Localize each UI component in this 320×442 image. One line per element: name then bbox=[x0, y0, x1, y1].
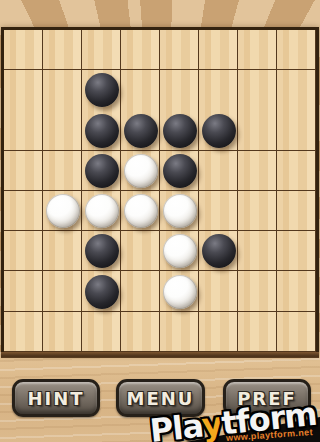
board-cell[interactable] bbox=[82, 191, 121, 231]
board-cell[interactable] bbox=[43, 30, 82, 70]
hint-button[interactable]: HINT bbox=[12, 379, 100, 417]
board-cell[interactable] bbox=[238, 272, 277, 312]
board-cell[interactable] bbox=[277, 30, 316, 70]
board-cell[interactable] bbox=[160, 191, 199, 231]
white-stone bbox=[124, 194, 158, 228]
board-cell[interactable] bbox=[82, 312, 121, 352]
board-cell[interactable] bbox=[277, 191, 316, 231]
board-cell[interactable] bbox=[199, 231, 238, 271]
black-stone bbox=[85, 114, 119, 148]
board-cell[interactable] bbox=[238, 231, 277, 271]
black-stone bbox=[124, 114, 158, 148]
board-cell[interactable] bbox=[238, 151, 277, 191]
white-stone bbox=[46, 194, 80, 228]
board-cell[interactable] bbox=[160, 30, 199, 70]
board-cell[interactable] bbox=[199, 272, 238, 312]
board-cell[interactable] bbox=[82, 30, 121, 70]
board-edge bbox=[1, 352, 319, 358]
board-cell[interactable] bbox=[277, 272, 316, 312]
board-grid bbox=[1, 27, 319, 355]
board-cell[interactable] bbox=[4, 151, 43, 191]
board-cell[interactable] bbox=[277, 231, 316, 271]
board-cell[interactable] bbox=[277, 151, 316, 191]
board-cell[interactable] bbox=[121, 111, 160, 151]
board-cell[interactable] bbox=[160, 312, 199, 352]
board-cell[interactable] bbox=[43, 151, 82, 191]
board-cell[interactable] bbox=[4, 30, 43, 70]
logo-text-prefix: Pla bbox=[148, 407, 204, 442]
black-stone bbox=[202, 234, 236, 268]
board-cell[interactable] bbox=[43, 312, 82, 352]
board-cell[interactable] bbox=[4, 231, 43, 271]
board-cell[interactable] bbox=[199, 111, 238, 151]
black-stone bbox=[85, 234, 119, 268]
board-cell[interactable] bbox=[121, 30, 160, 70]
board-cell[interactable] bbox=[4, 111, 43, 151]
board-cell[interactable] bbox=[43, 272, 82, 312]
board-cell[interactable] bbox=[199, 312, 238, 352]
black-stone bbox=[163, 154, 197, 188]
board-cell[interactable] bbox=[238, 30, 277, 70]
board-cell[interactable] bbox=[43, 70, 82, 110]
board-cell[interactable] bbox=[43, 111, 82, 151]
game-screen: HINT MENU PREF Playtform www.playtform.n… bbox=[0, 0, 320, 442]
black-stone bbox=[163, 114, 197, 148]
white-stone bbox=[85, 194, 119, 228]
white-stone bbox=[163, 194, 197, 228]
board-cell[interactable] bbox=[121, 70, 160, 110]
board-cell[interactable] bbox=[43, 231, 82, 271]
board-cell[interactable] bbox=[199, 70, 238, 110]
board-cell[interactable] bbox=[238, 312, 277, 352]
board-cell[interactable] bbox=[4, 272, 43, 312]
board-cell[interactable] bbox=[238, 191, 277, 231]
board-cell[interactable] bbox=[4, 70, 43, 110]
board-cell[interactable] bbox=[199, 191, 238, 231]
black-stone bbox=[85, 154, 119, 188]
board-cell[interactable] bbox=[277, 111, 316, 151]
board-cell[interactable] bbox=[82, 151, 121, 191]
board-cell[interactable] bbox=[4, 312, 43, 352]
board-cell[interactable] bbox=[277, 70, 316, 110]
board-cell[interactable] bbox=[82, 111, 121, 151]
board-cell[interactable] bbox=[4, 191, 43, 231]
board-cell[interactable] bbox=[199, 151, 238, 191]
black-stone bbox=[85, 73, 119, 107]
board-cell[interactable] bbox=[121, 272, 160, 312]
board-cell[interactable] bbox=[82, 70, 121, 110]
board-cell[interactable] bbox=[82, 231, 121, 271]
board-cell[interactable] bbox=[82, 272, 121, 312]
board-cell[interactable] bbox=[160, 272, 199, 312]
board-cell[interactable] bbox=[199, 30, 238, 70]
board-cell[interactable] bbox=[121, 231, 160, 271]
white-stone bbox=[124, 154, 158, 188]
board-cell[interactable] bbox=[121, 312, 160, 352]
board-cell[interactable] bbox=[160, 231, 199, 271]
board-cell[interactable] bbox=[43, 191, 82, 231]
white-stone bbox=[163, 275, 197, 309]
hint-button-label: HINT bbox=[27, 388, 84, 409]
black-stone bbox=[85, 275, 119, 309]
board-cell[interactable] bbox=[277, 312, 316, 352]
black-stone bbox=[202, 114, 236, 148]
board-cell[interactable] bbox=[160, 70, 199, 110]
board-cell[interactable] bbox=[238, 70, 277, 110]
board-cell[interactable] bbox=[121, 191, 160, 231]
board-cell[interactable] bbox=[121, 151, 160, 191]
playtform-watermark: Playtform www.playtform.net bbox=[134, 382, 320, 442]
board-cell[interactable] bbox=[238, 111, 277, 151]
white-stone bbox=[163, 234, 197, 268]
board-cell[interactable] bbox=[160, 111, 199, 151]
board-cell[interactable] bbox=[160, 151, 199, 191]
